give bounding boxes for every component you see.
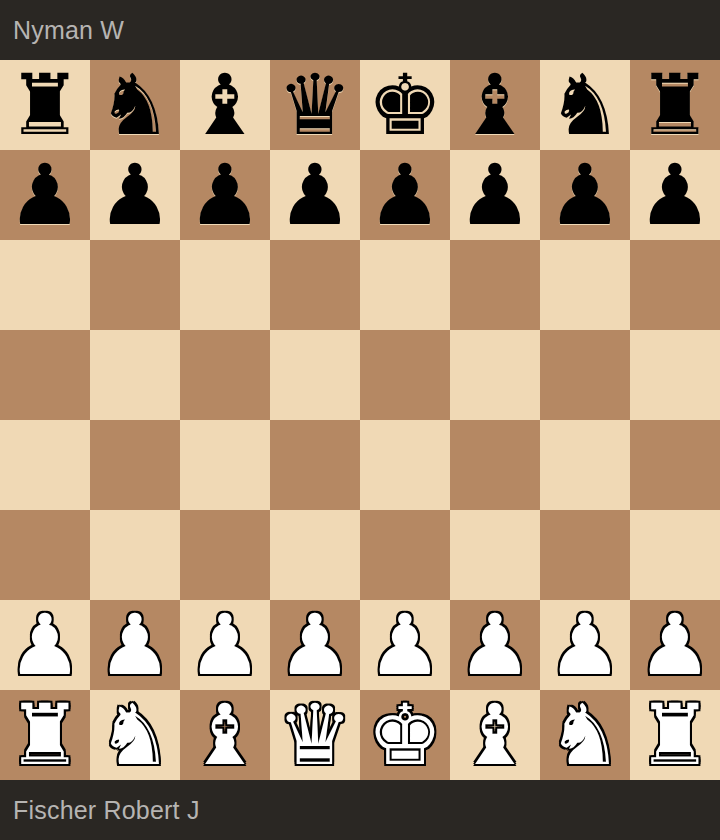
square-d4[interactable]: [270, 420, 360, 510]
piece-white-bishop[interactable]: ♝: [187, 690, 262, 780]
piece-white-pawn[interactable]: ♟: [187, 600, 262, 690]
square-a2[interactable]: ♟: [0, 600, 90, 690]
piece-white-rook[interactable]: ♜: [637, 690, 712, 780]
piece-white-pawn[interactable]: ♟: [637, 600, 712, 690]
piece-white-bishop[interactable]: ♝: [457, 690, 532, 780]
square-e5[interactable]: [360, 330, 450, 420]
piece-black-pawn[interactable]: ♟: [547, 150, 622, 240]
square-f6[interactable]: [450, 240, 540, 330]
chess-board: ♜♞♝♛♚♝♞♜♟♟♟♟♟♟♟♟♟♟♟♟♟♟♟♟♜♞♝♛♚♝♞♜: [0, 60, 720, 780]
square-h5[interactable]: [630, 330, 720, 420]
square-c3[interactable]: [180, 510, 270, 600]
square-b4[interactable]: [90, 420, 180, 510]
top-player-name: Nyman W: [13, 16, 124, 45]
square-f7[interactable]: ♟: [450, 150, 540, 240]
square-h6[interactable]: [630, 240, 720, 330]
square-f2[interactable]: ♟: [450, 600, 540, 690]
piece-black-pawn[interactable]: ♟: [457, 150, 532, 240]
piece-black-pawn[interactable]: ♟: [97, 150, 172, 240]
square-g5[interactable]: [540, 330, 630, 420]
square-g3[interactable]: [540, 510, 630, 600]
square-h7[interactable]: ♟: [630, 150, 720, 240]
square-b3[interactable]: [90, 510, 180, 600]
square-d7[interactable]: ♟: [270, 150, 360, 240]
square-a6[interactable]: [0, 240, 90, 330]
square-a4[interactable]: [0, 420, 90, 510]
square-a1[interactable]: ♜: [0, 690, 90, 780]
piece-black-pawn[interactable]: ♟: [7, 150, 82, 240]
square-h2[interactable]: ♟: [630, 600, 720, 690]
square-a7[interactable]: ♟: [0, 150, 90, 240]
piece-white-queen[interactable]: ♛: [277, 690, 352, 780]
square-d6[interactable]: [270, 240, 360, 330]
square-a5[interactable]: [0, 330, 90, 420]
piece-black-knight[interactable]: ♞: [547, 60, 622, 150]
square-d1[interactable]: ♛: [270, 690, 360, 780]
square-b7[interactable]: ♟: [90, 150, 180, 240]
piece-white-pawn[interactable]: ♟: [97, 600, 172, 690]
piece-white-knight[interactable]: ♞: [547, 690, 622, 780]
square-e1[interactable]: ♚: [360, 690, 450, 780]
square-e7[interactable]: ♟: [360, 150, 450, 240]
square-e6[interactable]: [360, 240, 450, 330]
square-c2[interactable]: ♟: [180, 600, 270, 690]
piece-black-bishop[interactable]: ♝: [187, 60, 262, 150]
square-f3[interactable]: [450, 510, 540, 600]
square-e3[interactable]: [360, 510, 450, 600]
square-f4[interactable]: [450, 420, 540, 510]
square-c6[interactable]: [180, 240, 270, 330]
piece-white-pawn[interactable]: ♟: [367, 600, 442, 690]
square-b1[interactable]: ♞: [90, 690, 180, 780]
bottom-player-bar: Fischer Robert J: [0, 780, 720, 840]
piece-black-rook[interactable]: ♜: [7, 60, 82, 150]
top-player-bar: Nyman W: [0, 0, 720, 60]
square-c5[interactable]: [180, 330, 270, 420]
square-c7[interactable]: ♟: [180, 150, 270, 240]
piece-black-bishop[interactable]: ♝: [457, 60, 532, 150]
square-b6[interactable]: [90, 240, 180, 330]
square-g2[interactable]: ♟: [540, 600, 630, 690]
square-f1[interactable]: ♝: [450, 690, 540, 780]
piece-black-pawn[interactable]: ♟: [637, 150, 712, 240]
square-f5[interactable]: [450, 330, 540, 420]
square-c1[interactable]: ♝: [180, 690, 270, 780]
square-h8[interactable]: ♜: [630, 60, 720, 150]
square-g7[interactable]: ♟: [540, 150, 630, 240]
square-f8[interactable]: ♝: [450, 60, 540, 150]
piece-black-pawn[interactable]: ♟: [187, 150, 262, 240]
square-c8[interactable]: ♝: [180, 60, 270, 150]
square-d2[interactable]: ♟: [270, 600, 360, 690]
piece-black-queen[interactable]: ♛: [277, 60, 352, 150]
square-c4[interactable]: [180, 420, 270, 510]
piece-white-pawn[interactable]: ♟: [547, 600, 622, 690]
piece-black-pawn[interactable]: ♟: [277, 150, 352, 240]
square-g1[interactable]: ♞: [540, 690, 630, 780]
square-g8[interactable]: ♞: [540, 60, 630, 150]
square-b2[interactable]: ♟: [90, 600, 180, 690]
square-b5[interactable]: [90, 330, 180, 420]
square-e4[interactable]: [360, 420, 450, 510]
piece-white-pawn[interactable]: ♟: [457, 600, 532, 690]
piece-white-king[interactable]: ♚: [367, 690, 442, 780]
square-d5[interactable]: [270, 330, 360, 420]
square-h3[interactable]: [630, 510, 720, 600]
piece-white-pawn[interactable]: ♟: [277, 600, 352, 690]
piece-white-rook[interactable]: ♜: [7, 690, 82, 780]
piece-black-king[interactable]: ♚: [367, 60, 442, 150]
square-a3[interactable]: [0, 510, 90, 600]
square-e2[interactable]: ♟: [360, 600, 450, 690]
square-d3[interactable]: [270, 510, 360, 600]
piece-white-pawn[interactable]: ♟: [7, 600, 82, 690]
square-a8[interactable]: ♜: [0, 60, 90, 150]
square-g4[interactable]: [540, 420, 630, 510]
square-h1[interactable]: ♜: [630, 690, 720, 780]
square-g6[interactable]: [540, 240, 630, 330]
square-d8[interactable]: ♛: [270, 60, 360, 150]
piece-white-knight[interactable]: ♞: [97, 690, 172, 780]
square-e8[interactable]: ♚: [360, 60, 450, 150]
bottom-player-name: Fischer Robert J: [13, 796, 200, 825]
piece-black-pawn[interactable]: ♟: [367, 150, 442, 240]
square-b8[interactable]: ♞: [90, 60, 180, 150]
piece-black-knight[interactable]: ♞: [97, 60, 172, 150]
piece-black-rook[interactable]: ♜: [637, 60, 712, 150]
square-h4[interactable]: [630, 420, 720, 510]
